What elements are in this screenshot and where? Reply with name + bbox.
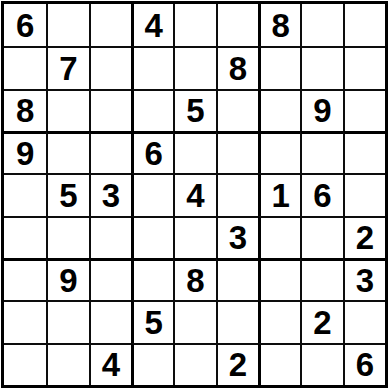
sudoku-cell-r6c6: 3 (216, 216, 258, 258)
sudoku-cell-r3c2[interactable] (46, 89, 88, 131)
sudoku-cell-r9c8[interactable] (300, 343, 342, 385)
sudoku-cell-r1c8[interactable] (300, 4, 342, 46)
sudoku-cell-r4c8[interactable] (300, 131, 342, 173)
sudoku-cell-r8c7[interactable] (258, 300, 300, 342)
sudoku-cell-r5c7: 1 (258, 173, 300, 215)
sudoku-cell-r5c3: 3 (89, 173, 131, 215)
sudoku-cell-r4c4: 6 (131, 131, 173, 173)
sudoku-cell-r8c3[interactable] (89, 300, 131, 342)
sudoku-cell-r2c3[interactable] (89, 46, 131, 88)
sudoku-cell-r3c5: 5 (173, 89, 215, 131)
sudoku-cell-r8c5[interactable] (173, 300, 215, 342)
sudoku-cell-r4c1: 9 (4, 131, 46, 173)
sudoku-cell-r3c6[interactable] (216, 89, 258, 131)
sudoku-cell-r8c2[interactable] (46, 300, 88, 342)
sudoku-cell-r5c1[interactable] (4, 173, 46, 215)
sudoku-cell-r6c5[interactable] (173, 216, 215, 258)
sudoku-cell-r3c1: 8 (4, 89, 46, 131)
sudoku-cell-r6c4[interactable] (131, 216, 173, 258)
sudoku-cell-r3c3[interactable] (89, 89, 131, 131)
sudoku-cell-r5c4[interactable] (131, 173, 173, 215)
sudoku-board-frame: 6487885996534163298352426 (0, 0, 390, 390)
sudoku-cell-r1c6[interactable] (216, 4, 258, 46)
sudoku-cell-r2c5[interactable] (173, 46, 215, 88)
sudoku-cell-r5c2: 5 (46, 173, 88, 215)
sudoku-cell-r3c9[interactable] (343, 89, 385, 131)
sudoku-cell-r5c5: 4 (173, 173, 215, 215)
sudoku-cell-r2c4[interactable] (131, 46, 173, 88)
sudoku-cell-r9c1[interactable] (4, 343, 46, 385)
sudoku-cell-r1c2[interactable] (46, 4, 88, 46)
sudoku-cell-r8c6[interactable] (216, 300, 258, 342)
sudoku-cell-r7c5: 8 (173, 258, 215, 300)
sudoku-cell-r1c3[interactable] (89, 4, 131, 46)
sudoku-cell-r2c1[interactable] (4, 46, 46, 88)
sudoku-cell-r2c8[interactable] (300, 46, 342, 88)
sudoku-cell-r1c5[interactable] (173, 4, 215, 46)
sudoku-cell-r6c3[interactable] (89, 216, 131, 258)
sudoku-cell-r8c4: 5 (131, 300, 173, 342)
sudoku-cell-r6c1[interactable] (4, 216, 46, 258)
sudoku-cell-r9c5[interactable] (173, 343, 215, 385)
sudoku-cell-r7c7[interactable] (258, 258, 300, 300)
sudoku-cell-r6c2[interactable] (46, 216, 88, 258)
sudoku-board: 6487885996534163298352426 (1, 1, 388, 388)
sudoku-cell-r5c9[interactable] (343, 173, 385, 215)
sudoku-cell-r4c7[interactable] (258, 131, 300, 173)
sudoku-cell-r7c9: 3 (343, 258, 385, 300)
sudoku-cell-r7c8[interactable] (300, 258, 342, 300)
sudoku-cell-r9c2[interactable] (46, 343, 88, 385)
sudoku-cell-r6c9: 2 (343, 216, 385, 258)
sudoku-cell-r7c1[interactable] (4, 258, 46, 300)
sudoku-cell-r9c6: 2 (216, 343, 258, 385)
sudoku-cell-r1c9[interactable] (343, 4, 385, 46)
sudoku-cell-r6c8[interactable] (300, 216, 342, 258)
sudoku-cell-r4c3[interactable] (89, 131, 131, 173)
sudoku-cell-r2c9[interactable] (343, 46, 385, 88)
sudoku-cell-r7c3[interactable] (89, 258, 131, 300)
sudoku-cell-r1c4: 4 (131, 4, 173, 46)
sudoku-cell-r9c4[interactable] (131, 343, 173, 385)
sudoku-cell-r8c9[interactable] (343, 300, 385, 342)
sudoku-cell-r4c9[interactable] (343, 131, 385, 173)
sudoku-cell-r7c4[interactable] (131, 258, 173, 300)
sudoku-cell-r9c7[interactable] (258, 343, 300, 385)
sudoku-cell-r1c7: 8 (258, 4, 300, 46)
sudoku-cell-r2c6: 8 (216, 46, 258, 88)
sudoku-cell-r7c2: 9 (46, 258, 88, 300)
sudoku-cell-r3c8: 9 (300, 89, 342, 131)
sudoku-cell-r8c8: 2 (300, 300, 342, 342)
sudoku-cell-r4c5[interactable] (173, 131, 215, 173)
sudoku-cell-r6c7[interactable] (258, 216, 300, 258)
sudoku-cell-r2c2: 7 (46, 46, 88, 88)
sudoku-cell-r9c9: 6 (343, 343, 385, 385)
sudoku-cell-r4c6[interactable] (216, 131, 258, 173)
sudoku-cell-r5c8: 6 (300, 173, 342, 215)
sudoku-cell-r9c3: 4 (89, 343, 131, 385)
sudoku-cell-r3c7[interactable] (258, 89, 300, 131)
sudoku-cell-r7c6[interactable] (216, 258, 258, 300)
sudoku-cell-r1c1: 6 (4, 4, 46, 46)
sudoku-cell-r5c6[interactable] (216, 173, 258, 215)
sudoku-cell-r3c4[interactable] (131, 89, 173, 131)
sudoku-cell-r8c1[interactable] (4, 300, 46, 342)
sudoku-cell-r4c2[interactable] (46, 131, 88, 173)
sudoku-cell-r2c7[interactable] (258, 46, 300, 88)
